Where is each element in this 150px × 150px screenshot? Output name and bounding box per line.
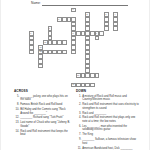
clue-item: 5.________ jockey, one who plays hits on…: [14, 95, 70, 102]
down-section: DOWN 1.A mixture of Rock and Roll music …: [76, 90, 139, 150]
name-label: Name:: [31, 2, 41, 5]
cell-number: 7: [30, 32, 31, 34]
name-blank-line: [42, 1, 128, 6]
cell-number: 6: [49, 27, 50, 29]
clue-item: 7.The King: [76, 133, 139, 136]
cell-number: 1: [72, 8, 73, 10]
clue-item: 4.Rock and Roll instrument that plays on…: [76, 116, 139, 123]
clue-text: ________ Richard sang "Tutti Frutti": [20, 116, 70, 119]
cell-number: 14: [72, 83, 74, 85]
cell-number: 4: [115, 13, 116, 15]
page-edge-left: [0, 0, 1, 150]
clue-text: Bill Haley and the Comets sang "Rock Aro…: [20, 108, 70, 115]
clue-item: 13.Last name of Chuck who sang "Johnny B…: [14, 121, 70, 128]
cell-number: 2: [86, 13, 87, 15]
clue-item: 3.Rock and ________: [76, 112, 139, 115]
cell-number: 13: [77, 74, 79, 76]
clue-text: Last name of Chuck who sang "Johnny B. G…: [20, 121, 70, 128]
across-section: ACROSS 5.________ jockey, one who plays …: [14, 90, 70, 138]
clue-text: The King: [82, 133, 139, 136]
clue-text: Famous British Rock and Roll band: [20, 103, 70, 106]
page-edge-right: [149, 0, 150, 150]
cell-number: 3: [105, 13, 106, 15]
clue-item: 12.________ Richard sang "Tutti Frutti": [14, 116, 70, 119]
down-header: DOWN: [76, 90, 139, 93]
clue-item: 10.Bill Haley and the Comets sang "Rock …: [14, 108, 70, 115]
cell-number: 12: [40, 50, 42, 52]
clue-item: 1.A mixture of Rock and Roll music and C…: [76, 95, 139, 102]
clue-text: Les ________, man who invented the solid…: [82, 125, 139, 132]
across-clue-list: 5.________ jockey, one who plays hits on…: [14, 95, 70, 137]
clue-text: ________ jockey, one who plays hits on t…: [20, 95, 70, 102]
across-header: ACROSS: [14, 90, 70, 93]
cell-number: 10: [44, 41, 46, 43]
clue-item: 6.Les ________, man who invented the sol…: [76, 125, 139, 132]
clue-text: ________ Sullivan, a famous television s…: [82, 138, 139, 145]
clue-text: Rock and ________: [82, 112, 139, 115]
clue-item: 14.Rock and Roll instrument that keeps t…: [14, 130, 70, 137]
cell-number: 9: [96, 32, 97, 34]
blocked-cell: [113, 83, 118, 88]
clue-text: A mixture of Rock and Roll music and Cou…: [82, 95, 139, 102]
cell-number: 11: [40, 46, 42, 48]
cell-number: 8: [72, 32, 73, 34]
crossword-grid[interactable]: 1234567891011121314: [29, 8, 118, 88]
clue-text: Rock and Roll instrument that plays only…: [82, 116, 139, 123]
clue-item: 8.Famous British Rock and Roll band: [14, 103, 70, 106]
clue-text: American Bandstand host, Dick ________: [82, 147, 139, 150]
clue-item: 2.Rock and Roll instrument that uses ele…: [76, 103, 139, 110]
clue-item: 11.American Bandstand host, Dick _______…: [76, 147, 139, 150]
clue-item: 9.________ Sullivan, a famous television…: [76, 138, 139, 145]
clue-text: Rock and Roll instrument that keeps the …: [20, 130, 70, 137]
worksheet-page: { "game": "crossword", "page": { "name_l…: [0, 0, 150, 150]
down-clue-list: 1.A mixture of Rock and Roll music and C…: [76, 95, 139, 150]
clue-text: Rock and Roll instrument that uses elect…: [82, 103, 139, 110]
cell-number: 5: [58, 18, 59, 20]
